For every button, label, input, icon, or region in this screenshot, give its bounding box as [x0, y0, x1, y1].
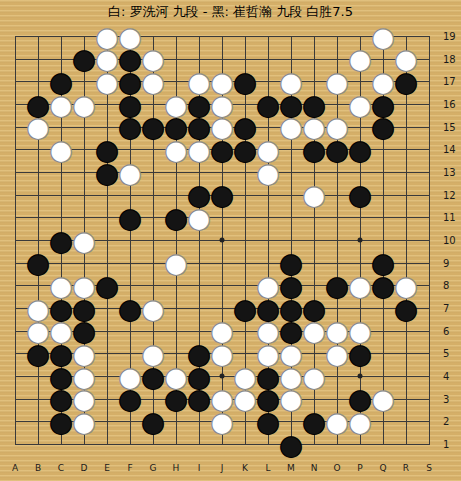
white-stone-J2[interactable]: ● — [210, 409, 234, 433]
star-point — [220, 238, 225, 243]
white-stone-K3[interactable]: ● — [233, 387, 257, 411]
black-stone-C10[interactable]: ● — [49, 228, 73, 252]
column-label-C: C — [58, 463, 64, 473]
white-stone-F13[interactable]: ● — [118, 160, 142, 184]
white-stone-I11[interactable]: ● — [187, 205, 211, 229]
column-label-B: B — [35, 463, 41, 473]
black-stone-E13[interactable]: ● — [95, 160, 119, 184]
row-label-15: 15 — [443, 121, 456, 132]
row-label-17: 17 — [443, 76, 456, 87]
white-stone-D10[interactable]: ● — [72, 228, 96, 252]
white-stone-N12[interactable]: ● — [302, 183, 326, 207]
grid-line-vertical — [429, 36, 430, 445]
black-stone-G4[interactable]: ● — [141, 364, 165, 388]
star-point — [358, 374, 363, 379]
black-stone-R7[interactable]: ● — [394, 296, 418, 320]
black-stone-K7[interactable]: ● — [233, 296, 257, 320]
white-stone-P16[interactable]: ● — [348, 92, 372, 116]
white-stone-O2[interactable]: ● — [325, 409, 349, 433]
white-stone-C14[interactable]: ● — [49, 137, 73, 161]
white-stone-G17[interactable]: ● — [141, 69, 165, 93]
row-label-19: 19 — [443, 31, 456, 42]
black-stone-K14[interactable]: ● — [233, 137, 257, 161]
white-stone-E17[interactable]: ● — [95, 69, 119, 93]
black-stone-F11[interactable]: ● — [118, 205, 142, 229]
black-stone-L2[interactable]: ● — [256, 409, 280, 433]
black-stone-R17[interactable]: ● — [394, 69, 418, 93]
row-label-8: 8 — [443, 280, 449, 291]
grid-line-vertical — [406, 36, 407, 445]
black-stone-B5[interactable]: ● — [26, 341, 50, 365]
row-label-3: 3 — [443, 393, 449, 404]
black-stone-O14[interactable]: ● — [325, 137, 349, 161]
black-stone-K17[interactable]: ● — [233, 69, 257, 93]
row-label-9: 9 — [443, 257, 449, 268]
row-label-6: 6 — [443, 325, 449, 336]
black-stone-G15[interactable]: ● — [141, 115, 165, 139]
white-stone-G7[interactable]: ● — [141, 296, 165, 320]
white-stone-L13[interactable]: ● — [256, 160, 280, 184]
black-stone-N14[interactable]: ● — [302, 137, 326, 161]
column-label-R: R — [403, 463, 409, 473]
column-label-E: E — [104, 463, 110, 473]
row-label-7: 7 — [443, 303, 449, 314]
game-info-title: 白: 罗洗河 九段 - 黑: 崔哲瀚 九段 白胜7.5 — [108, 4, 353, 19]
white-stone-M3[interactable]: ● — [279, 387, 303, 411]
black-stone-F15[interactable]: ● — [118, 115, 142, 139]
column-label-P: P — [357, 463, 362, 473]
column-label-G: G — [150, 463, 157, 473]
white-stone-P18[interactable]: ● — [348, 47, 372, 71]
column-label-I: I — [198, 463, 201, 473]
row-label-14: 14 — [443, 144, 456, 155]
column-label-L: L — [265, 463, 270, 473]
game-info-header: 白: 罗洗河 九段 - 黑: 崔哲瀚 九段 白胜7.5 — [0, 2, 461, 22]
column-label-A: A — [12, 463, 18, 473]
black-stone-P14[interactable]: ● — [348, 137, 372, 161]
row-label-4: 4 — [443, 371, 449, 382]
grid-line-vertical — [337, 36, 338, 445]
black-stone-L16[interactable]: ● — [256, 92, 280, 116]
row-label-5: 5 — [443, 348, 449, 359]
white-stone-J5[interactable]: ● — [210, 341, 234, 365]
black-stone-B9[interactable]: ● — [26, 251, 50, 275]
black-stone-J14[interactable]: ● — [210, 137, 234, 161]
black-stone-M1[interactable]: ● — [279, 432, 303, 456]
row-label-12: 12 — [443, 189, 456, 200]
column-label-F: F — [127, 463, 132, 473]
white-stone-I14[interactable]: ● — [187, 137, 211, 161]
row-label-11: 11 — [443, 212, 456, 223]
black-stone-N2[interactable]: ● — [302, 409, 326, 433]
black-stone-F7[interactable]: ● — [118, 296, 142, 320]
white-stone-B15[interactable]: ● — [26, 115, 50, 139]
black-stone-Q15[interactable]: ● — [371, 115, 395, 139]
white-stone-M15[interactable]: ● — [279, 115, 303, 139]
star-point — [358, 238, 363, 243]
column-label-K: K — [242, 463, 248, 473]
column-label-J: J — [221, 463, 224, 473]
column-label-D: D — [81, 463, 88, 473]
row-label-1: 1 — [443, 439, 449, 450]
row-label-13: 13 — [443, 167, 456, 178]
white-stone-H14[interactable]: ● — [164, 137, 188, 161]
white-stone-O5[interactable]: ● — [325, 341, 349, 365]
white-stone-N6[interactable]: ● — [302, 319, 326, 343]
white-stone-Q3[interactable]: ● — [371, 387, 395, 411]
row-label-18: 18 — [443, 53, 456, 64]
column-label-S: S — [426, 463, 432, 473]
column-label-N: N — [311, 463, 318, 473]
row-label-2: 2 — [443, 416, 449, 427]
column-label-Q: Q — [379, 463, 386, 473]
white-stone-Q19[interactable]: ● — [371, 24, 395, 48]
white-stone-O17[interactable]: ● — [325, 69, 349, 93]
white-stone-D16[interactable]: ● — [72, 92, 96, 116]
white-stone-N4[interactable]: ● — [302, 364, 326, 388]
black-stone-H3[interactable]: ● — [164, 387, 188, 411]
black-stone-D18[interactable]: ● — [72, 47, 96, 71]
black-stone-F3[interactable]: ● — [118, 387, 142, 411]
grid-line-horizontal — [15, 444, 430, 445]
black-stone-P12[interactable]: ● — [348, 183, 372, 207]
column-label-O: O — [333, 463, 340, 473]
star-point — [220, 374, 225, 379]
column-label-H: H — [173, 463, 180, 473]
black-stone-G2[interactable]: ● — [141, 409, 165, 433]
black-stone-Q8[interactable]: ● — [371, 273, 395, 297]
black-stone-P5[interactable]: ● — [348, 341, 372, 365]
black-stone-H11[interactable]: ● — [164, 205, 188, 229]
grid-line-horizontal — [15, 263, 430, 264]
black-stone-J12[interactable]: ● — [210, 183, 234, 207]
black-stone-O8[interactable]: ● — [325, 273, 349, 297]
go-board-app: 白: 罗洗河 九段 - 黑: 崔哲瀚 九段 白胜7.5 ●●●●●●●●●●●●… — [0, 0, 461, 481]
column-label-M: M — [287, 463, 295, 473]
white-stone-H9[interactable]: ● — [164, 251, 188, 275]
black-stone-C2[interactable]: ● — [49, 409, 73, 433]
white-stone-P8[interactable]: ● — [348, 273, 372, 297]
white-stone-D2[interactable]: ● — [72, 409, 96, 433]
black-stone-I3[interactable]: ● — [187, 387, 211, 411]
white-stone-P2[interactable]: ● — [348, 409, 372, 433]
row-label-16: 16 — [443, 99, 456, 110]
row-label-10: 10 — [443, 235, 456, 246]
black-stone-E8[interactable]: ● — [95, 273, 119, 297]
white-stone-C16[interactable]: ● — [49, 92, 73, 116]
